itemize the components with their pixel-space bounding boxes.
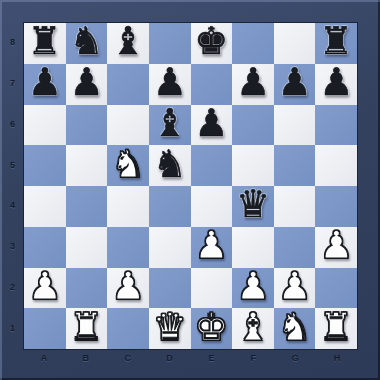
square-g8[interactable]	[274, 23, 316, 64]
file-label-c: C	[107, 350, 149, 366]
piece-black-pawn: ♟	[278, 63, 312, 101]
file-label-b: B	[65, 350, 107, 366]
piece-black-knight: ♞	[69, 22, 103, 60]
square-b4[interactable]	[66, 186, 108, 227]
square-b3[interactable]	[66, 227, 108, 268]
square-a3[interactable]	[24, 227, 66, 268]
square-e8[interactable]: ♚	[191, 23, 233, 64]
square-g5[interactable]	[274, 145, 316, 186]
rank-labels: 87654321	[3, 22, 22, 348]
square-g7[interactable]: ♟	[274, 64, 316, 105]
rank-label-4: 4	[3, 185, 22, 226]
square-d8[interactable]	[149, 23, 191, 64]
rank-label-1: 1	[3, 307, 22, 348]
piece-black-pawn: ♟	[236, 63, 270, 101]
square-b5[interactable]	[66, 145, 108, 186]
piece-white-queen: ♛	[153, 308, 187, 346]
square-h7[interactable]: ♟	[315, 64, 357, 105]
piece-black-knight: ♞	[153, 145, 187, 183]
chess-board: ♜♞♝♚♜♟♟♟♟♟♟♝♟♞♞♛♟♟♟♟♟♟♜♛♚♝♞♜	[23, 22, 358, 350]
square-d6[interactable]: ♝	[149, 105, 191, 146]
piece-white-bishop: ♝	[236, 308, 270, 346]
square-c2[interactable]: ♟	[107, 268, 149, 309]
square-a7[interactable]: ♟	[24, 64, 66, 105]
square-f5[interactable]	[232, 145, 274, 186]
file-label-h: H	[316, 350, 358, 366]
square-h8[interactable]: ♜	[315, 23, 357, 64]
square-a5[interactable]	[24, 145, 66, 186]
square-h1[interactable]: ♜	[315, 308, 357, 349]
square-h3[interactable]: ♟	[315, 227, 357, 268]
piece-black-rook: ♜	[28, 22, 62, 60]
square-f6[interactable]	[232, 105, 274, 146]
file-label-e: E	[191, 350, 233, 366]
square-f7[interactable]: ♟	[232, 64, 274, 105]
square-c7[interactable]	[107, 64, 149, 105]
piece-white-pawn: ♟	[194, 226, 228, 264]
square-d2[interactable]	[149, 268, 191, 309]
square-b1[interactable]: ♜	[66, 308, 108, 349]
square-g4[interactable]	[274, 186, 316, 227]
square-e6[interactable]: ♟	[191, 105, 233, 146]
rank-label-6: 6	[3, 104, 22, 145]
square-e7[interactable]	[191, 64, 233, 105]
square-f1[interactable]: ♝	[232, 308, 274, 349]
piece-black-king: ♚	[194, 22, 228, 60]
rank-label-5: 5	[3, 144, 22, 185]
piece-white-pawn: ♟	[236, 267, 270, 305]
square-c1[interactable]	[107, 308, 149, 349]
piece-white-pawn: ♟	[28, 267, 62, 305]
square-c8[interactable]: ♝	[107, 23, 149, 64]
piece-black-queen: ♛	[236, 185, 270, 223]
square-b6[interactable]	[66, 105, 108, 146]
square-a4[interactable]	[24, 186, 66, 227]
square-h6[interactable]	[315, 105, 357, 146]
piece-white-pawn: ♟	[319, 226, 353, 264]
square-f4[interactable]: ♛	[232, 186, 274, 227]
square-a1[interactable]	[24, 308, 66, 349]
square-e4[interactable]	[191, 186, 233, 227]
square-d3[interactable]	[149, 227, 191, 268]
square-e5[interactable]	[191, 145, 233, 186]
square-b8[interactable]: ♞	[66, 23, 108, 64]
file-labels: ABCDEFGH	[23, 350, 358, 366]
piece-black-pawn: ♟	[194, 104, 228, 142]
board-frame: 87654321 ♜♞♝♚♜♟♟♟♟♟♟♝♟♞♞♛♟♟♟♟♟♟♜♛♚♝♞♜ AB…	[0, 0, 380, 380]
square-f3[interactable]	[232, 227, 274, 268]
rank-label-3: 3	[3, 226, 22, 267]
square-e1[interactable]: ♚	[191, 308, 233, 349]
square-h4[interactable]	[315, 186, 357, 227]
square-f8[interactable]	[232, 23, 274, 64]
piece-white-pawn: ♟	[111, 267, 145, 305]
piece-black-pawn: ♟	[319, 63, 353, 101]
square-a8[interactable]: ♜	[24, 23, 66, 64]
square-e3[interactable]: ♟	[191, 227, 233, 268]
square-b2[interactable]	[66, 268, 108, 309]
square-f2[interactable]: ♟	[232, 268, 274, 309]
piece-black-bishop: ♝	[153, 104, 187, 142]
rank-label-2: 2	[3, 267, 22, 308]
piece-white-rook: ♜	[69, 308, 103, 346]
square-c6[interactable]	[107, 105, 149, 146]
square-d4[interactable]	[149, 186, 191, 227]
square-g3[interactable]	[274, 227, 316, 268]
file-label-f: F	[232, 350, 274, 366]
piece-white-rook: ♜	[319, 308, 353, 346]
square-g6[interactable]	[274, 105, 316, 146]
piece-black-pawn: ♟	[69, 63, 103, 101]
square-c3[interactable]	[107, 227, 149, 268]
square-d5[interactable]: ♞	[149, 145, 191, 186]
square-g2[interactable]: ♟	[274, 268, 316, 309]
square-a2[interactable]: ♟	[24, 268, 66, 309]
square-d7[interactable]: ♟	[149, 64, 191, 105]
piece-white-king: ♚	[194, 308, 228, 346]
piece-black-rook: ♜	[319, 22, 353, 60]
square-g1[interactable]: ♞	[274, 308, 316, 349]
file-label-g: G	[274, 350, 316, 366]
piece-black-pawn: ♟	[153, 63, 187, 101]
square-c5[interactable]: ♞	[107, 145, 149, 186]
square-a6[interactable]	[24, 105, 66, 146]
piece-white-knight: ♞	[278, 308, 312, 346]
square-c4[interactable]	[107, 186, 149, 227]
square-b7[interactable]: ♟	[66, 64, 108, 105]
piece-black-pawn: ♟	[28, 63, 62, 101]
rank-label-8: 8	[3, 22, 22, 63]
square-d1[interactable]: ♛	[149, 308, 191, 349]
piece-white-pawn: ♟	[278, 267, 312, 305]
rank-label-7: 7	[3, 63, 22, 104]
square-h5[interactable]	[315, 145, 357, 186]
file-label-d: D	[149, 350, 191, 366]
square-h2[interactable]	[315, 268, 357, 309]
piece-black-bishop: ♝	[111, 22, 145, 60]
square-e2[interactable]	[191, 268, 233, 309]
piece-white-knight: ♞	[111, 145, 145, 183]
file-label-a: A	[23, 350, 65, 366]
